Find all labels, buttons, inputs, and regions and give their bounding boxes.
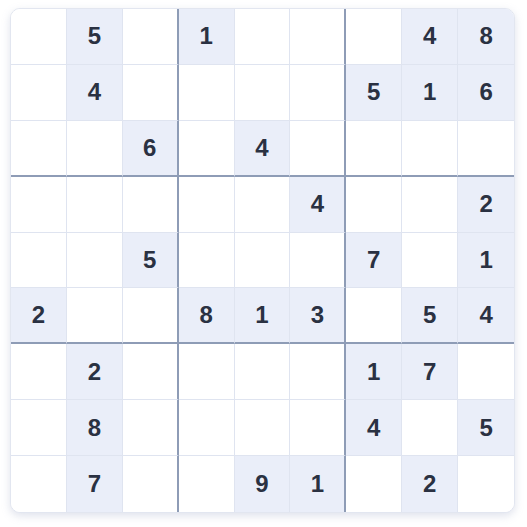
cell-r4c1[interactable] <box>11 177 67 233</box>
cell-r7c8[interactable]: 7 <box>402 344 458 400</box>
cell-r6c2[interactable] <box>67 288 123 344</box>
cell-r3c5[interactable]: 4 <box>235 121 291 177</box>
cell-r2c5[interactable] <box>235 65 291 121</box>
cell-r9c8[interactable]: 2 <box>402 456 458 512</box>
cell-r1c6[interactable] <box>290 9 346 65</box>
cell-r9c3[interactable] <box>123 456 179 512</box>
cell-r4c4[interactable] <box>179 177 235 233</box>
sudoku-board: 5148451664425712813542178457912 <box>10 8 515 513</box>
cell-r9c6[interactable]: 1 <box>290 456 346 512</box>
cell-r5c8[interactable] <box>402 233 458 289</box>
cell-r4c8[interactable] <box>402 177 458 233</box>
cell-r2c6[interactable] <box>290 65 346 121</box>
cell-r4c5[interactable] <box>235 177 291 233</box>
cell-r6c9[interactable]: 4 <box>458 288 514 344</box>
cell-r8c4[interactable] <box>179 400 235 456</box>
cell-r6c1[interactable]: 2 <box>11 288 67 344</box>
page: 5148451664425712813542178457912 <box>0 0 527 527</box>
cell-r2c3[interactable] <box>123 65 179 121</box>
cell-r5c9[interactable]: 1 <box>458 233 514 289</box>
cell-r9c7[interactable] <box>346 456 402 512</box>
cell-r5c4[interactable] <box>179 233 235 289</box>
cell-r4c9[interactable]: 2 <box>458 177 514 233</box>
cell-r1c5[interactable] <box>235 9 291 65</box>
cell-r7c5[interactable] <box>235 344 291 400</box>
cell-r2c9[interactable]: 6 <box>458 65 514 121</box>
cell-r6c7[interactable] <box>346 288 402 344</box>
cell-r1c9[interactable]: 8 <box>458 9 514 65</box>
cell-r6c6[interactable]: 3 <box>290 288 346 344</box>
cell-r6c8[interactable]: 5 <box>402 288 458 344</box>
cell-r1c8[interactable]: 4 <box>402 9 458 65</box>
cell-r4c7[interactable] <box>346 177 402 233</box>
cell-r4c6[interactable]: 4 <box>290 177 346 233</box>
cell-r2c4[interactable] <box>179 65 235 121</box>
cell-r9c9[interactable] <box>458 456 514 512</box>
cell-r3c3[interactable]: 6 <box>123 121 179 177</box>
cell-r1c2[interactable]: 5 <box>67 9 123 65</box>
cell-r8c6[interactable] <box>290 400 346 456</box>
cell-r4c2[interactable] <box>67 177 123 233</box>
cell-r3c4[interactable] <box>179 121 235 177</box>
cell-r3c1[interactable] <box>11 121 67 177</box>
cell-r3c6[interactable] <box>290 121 346 177</box>
cell-r7c6[interactable] <box>290 344 346 400</box>
cell-r6c5[interactable]: 1 <box>235 288 291 344</box>
cell-r7c4[interactable] <box>179 344 235 400</box>
cell-r4c3[interactable] <box>123 177 179 233</box>
cell-r7c7[interactable]: 1 <box>346 344 402 400</box>
cell-r5c1[interactable] <box>11 233 67 289</box>
cell-r2c8[interactable]: 1 <box>402 65 458 121</box>
cell-r7c1[interactable] <box>11 344 67 400</box>
cell-r2c2[interactable]: 4 <box>67 65 123 121</box>
cell-r9c5[interactable]: 9 <box>235 456 291 512</box>
cell-r7c2[interactable]: 2 <box>67 344 123 400</box>
cell-r5c5[interactable] <box>235 233 291 289</box>
cell-r3c9[interactable] <box>458 121 514 177</box>
cell-r8c8[interactable] <box>402 400 458 456</box>
cell-r1c4[interactable]: 1 <box>179 9 235 65</box>
cell-r9c4[interactable] <box>179 456 235 512</box>
cell-r5c6[interactable] <box>290 233 346 289</box>
cell-r3c7[interactable] <box>346 121 402 177</box>
cell-r1c3[interactable] <box>123 9 179 65</box>
cell-r1c1[interactable] <box>11 9 67 65</box>
cell-r6c3[interactable] <box>123 288 179 344</box>
cell-r3c2[interactable] <box>67 121 123 177</box>
cell-r5c7[interactable]: 7 <box>346 233 402 289</box>
cell-r2c7[interactable]: 5 <box>346 65 402 121</box>
cell-r8c5[interactable] <box>235 400 291 456</box>
cell-r7c9[interactable] <box>458 344 514 400</box>
cell-r7c3[interactable] <box>123 344 179 400</box>
cell-r8c1[interactable] <box>11 400 67 456</box>
cell-r6c4[interactable]: 8 <box>179 288 235 344</box>
cell-r8c7[interactable]: 4 <box>346 400 402 456</box>
cell-r8c3[interactable] <box>123 400 179 456</box>
cell-r8c9[interactable]: 5 <box>458 400 514 456</box>
cell-r9c2[interactable]: 7 <box>67 456 123 512</box>
cell-r3c8[interactable] <box>402 121 458 177</box>
cell-r2c1[interactable] <box>11 65 67 121</box>
cell-r5c2[interactable] <box>67 233 123 289</box>
cell-r1c7[interactable] <box>346 9 402 65</box>
cell-r8c2[interactable]: 8 <box>67 400 123 456</box>
cell-r9c1[interactable] <box>11 456 67 512</box>
cell-r5c3[interactable]: 5 <box>123 233 179 289</box>
